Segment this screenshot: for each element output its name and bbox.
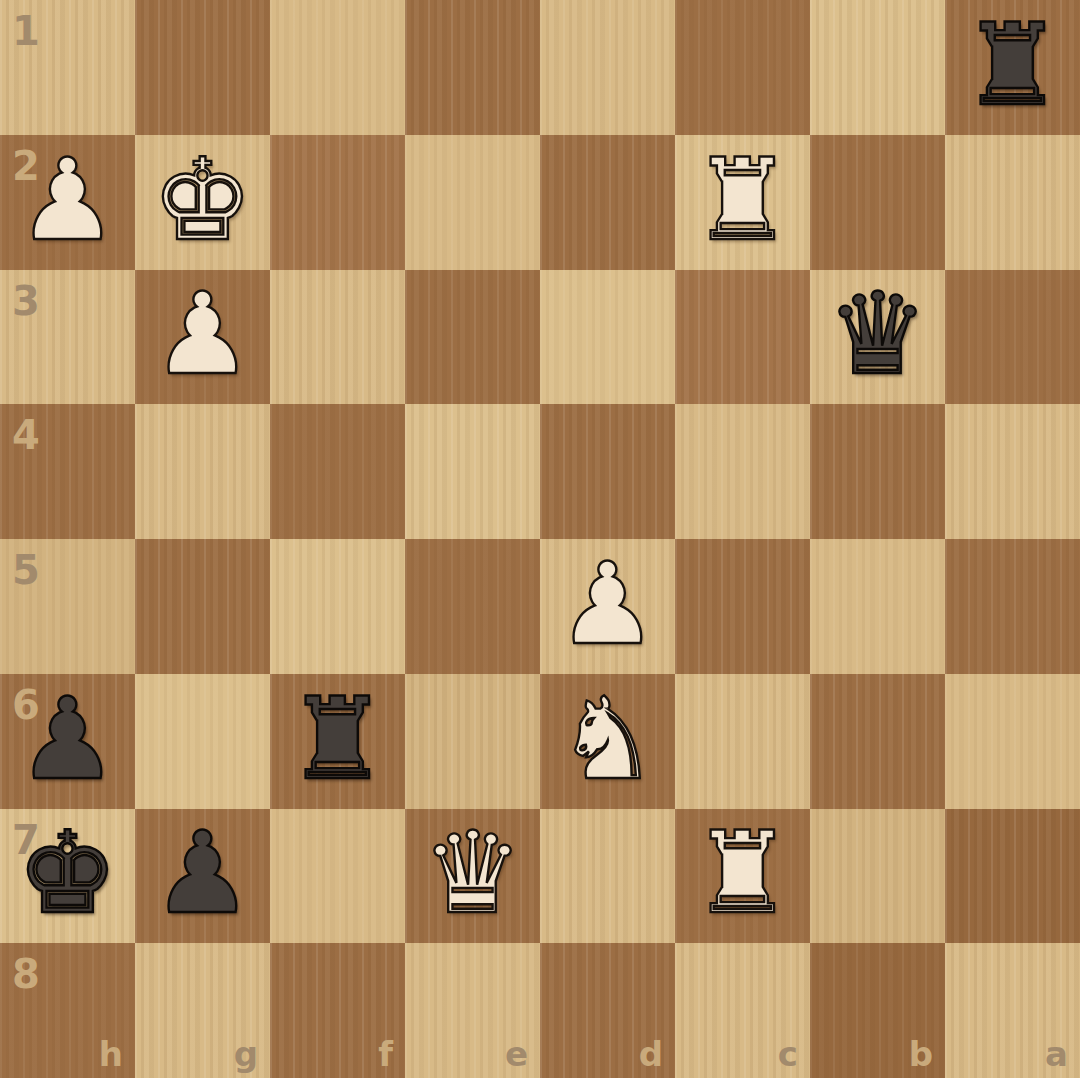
piece-black-rook[interactable]: ♜ [287,683,388,796]
piece-black-pawn[interactable]: ♟ [17,683,118,796]
square-f1[interactable] [270,0,405,135]
square-g8[interactable]: g [135,943,270,1078]
piece-black-queen[interactable]: ♛ [827,278,928,391]
square-h5[interactable]: 5 [0,539,135,674]
square-c2[interactable]: ♜ [675,135,810,270]
square-b3[interactable]: ♛ [810,270,945,405]
square-d6[interactable]: ♞ [540,674,675,809]
square-a4[interactable] [945,404,1080,539]
square-d7[interactable] [540,809,675,944]
chess-board: 1♜2♟♚♜3♟♛45♟6♟♜♞7♚♟♛♜8hgfedcba [0,0,1080,1078]
piece-white-rook[interactable]: ♜ [692,817,793,930]
square-d2[interactable] [540,135,675,270]
rank-label-1: 1 [12,8,40,54]
square-f2[interactable] [270,135,405,270]
square-b1[interactable] [810,0,945,135]
file-label-f: f [378,1034,393,1074]
square-f8[interactable]: f [270,943,405,1078]
chess-board-wrapper: 1♜2♟♚♜3♟♛45♟6♟♜♞7♚♟♛♜8hgfedcba [0,0,1080,1078]
piece-white-king[interactable]: ♚ [152,144,253,257]
piece-black-pawn[interactable]: ♟ [152,817,253,930]
square-g7[interactable]: ♟ [135,809,270,944]
square-f4[interactable] [270,404,405,539]
square-e2[interactable] [405,135,540,270]
square-a7[interactable] [945,809,1080,944]
square-d8[interactable]: d [540,943,675,1078]
piece-white-knight[interactable]: ♞ [557,683,658,796]
square-b2[interactable] [810,135,945,270]
square-e4[interactable] [405,404,540,539]
square-h7[interactable]: 7♚ [0,809,135,944]
square-h2[interactable]: 2♟ [0,135,135,270]
square-h3[interactable]: 3 [0,270,135,405]
piece-white-pawn[interactable]: ♟ [17,144,118,257]
square-a2[interactable] [945,135,1080,270]
square-e6[interactable] [405,674,540,809]
rank-label-5: 5 [12,547,40,593]
square-a3[interactable] [945,270,1080,405]
square-h6[interactable]: 6♟ [0,674,135,809]
square-d1[interactable] [540,0,675,135]
square-a8[interactable]: a [945,943,1080,1078]
square-g4[interactable] [135,404,270,539]
square-d4[interactable] [540,404,675,539]
rank-label-8: 8 [12,951,40,997]
file-label-b: b [909,1034,933,1074]
square-b5[interactable] [810,539,945,674]
square-h1[interactable]: 1 [0,0,135,135]
piece-white-pawn[interactable]: ♟ [152,278,253,391]
square-c8[interactable]: c [675,943,810,1078]
square-h4[interactable]: 4 [0,404,135,539]
square-f6[interactable]: ♜ [270,674,405,809]
square-g1[interactable] [135,0,270,135]
piece-white-queen[interactable]: ♛ [422,817,523,930]
file-label-e: e [505,1034,528,1074]
square-e8[interactable]: e [405,943,540,1078]
square-g3[interactable]: ♟ [135,270,270,405]
square-f3[interactable] [270,270,405,405]
square-e3[interactable] [405,270,540,405]
square-f7[interactable] [270,809,405,944]
square-c6[interactable] [675,674,810,809]
square-a1[interactable]: ♜ [945,0,1080,135]
square-e5[interactable] [405,539,540,674]
square-a5[interactable] [945,539,1080,674]
square-b6[interactable] [810,674,945,809]
file-label-d: d [639,1034,663,1074]
square-c5[interactable] [675,539,810,674]
file-label-c: c [778,1034,798,1074]
rank-label-4: 4 [12,412,40,458]
square-g2[interactable]: ♚ [135,135,270,270]
square-c1[interactable] [675,0,810,135]
square-c3[interactable] [675,270,810,405]
piece-black-king[interactable]: ♚ [17,817,118,930]
square-c4[interactable] [675,404,810,539]
square-c7[interactable]: ♜ [675,809,810,944]
piece-white-pawn[interactable]: ♟ [557,548,658,661]
rank-label-3: 3 [12,278,40,324]
square-b7[interactable] [810,809,945,944]
piece-white-rook[interactable]: ♜ [692,144,793,257]
square-d5[interactable]: ♟ [540,539,675,674]
square-b8[interactable]: b [810,943,945,1078]
square-b4[interactable] [810,404,945,539]
square-g6[interactable] [135,674,270,809]
square-d3[interactable] [540,270,675,405]
file-label-a: a [1045,1034,1068,1074]
file-label-h: h [99,1034,123,1074]
file-label-g: g [234,1034,258,1074]
square-g5[interactable] [135,539,270,674]
square-f5[interactable] [270,539,405,674]
piece-black-rook[interactable]: ♜ [962,9,1063,122]
square-a6[interactable] [945,674,1080,809]
square-e7[interactable]: ♛ [405,809,540,944]
square-e1[interactable] [405,0,540,135]
square-h8[interactable]: 8h [0,943,135,1078]
